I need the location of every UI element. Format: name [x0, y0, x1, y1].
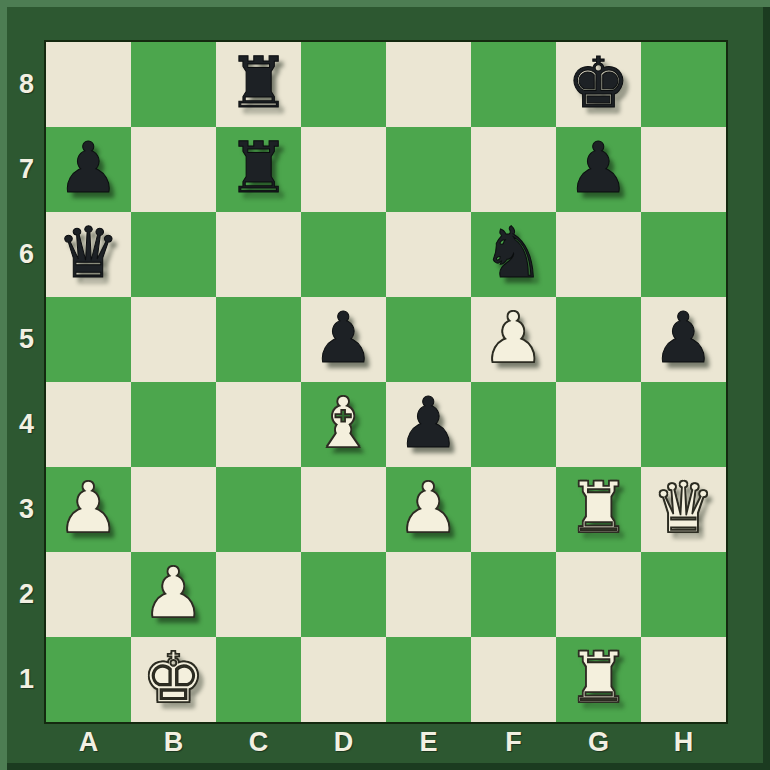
square-a3[interactable]: ♟ — [46, 467, 131, 552]
rank-label-3: 3 — [7, 467, 46, 552]
white-rook-g3[interactable]: ♜ — [567, 473, 630, 543]
square-f2[interactable] — [471, 552, 556, 637]
black-pawn-d5[interactable]: ♟ — [312, 303, 375, 373]
black-pawn-e4[interactable]: ♟ — [397, 388, 460, 458]
square-h1[interactable] — [641, 637, 726, 722]
square-b2[interactable]: ♟ — [131, 552, 216, 637]
square-c2[interactable] — [216, 552, 301, 637]
file-label-e: E — [386, 724, 471, 760]
square-e3[interactable]: ♟ — [386, 467, 471, 552]
square-b1[interactable]: ♚ — [131, 637, 216, 722]
rank-label-5: 5 — [7, 297, 46, 382]
rank-label-2: 2 — [7, 552, 46, 637]
square-a5[interactable] — [46, 297, 131, 382]
square-f1[interactable] — [471, 637, 556, 722]
square-h7[interactable] — [641, 127, 726, 212]
file-label-h: H — [641, 724, 726, 760]
square-c3[interactable] — [216, 467, 301, 552]
square-e6[interactable] — [386, 212, 471, 297]
square-f6[interactable]: ♞ — [471, 212, 556, 297]
file-label-a: A — [46, 724, 131, 760]
square-a2[interactable] — [46, 552, 131, 637]
square-h8[interactable] — [641, 42, 726, 127]
rank-label-1: 1 — [7, 637, 46, 722]
black-knight-f6[interactable]: ♞ — [482, 218, 545, 288]
black-pawn-h5[interactable]: ♟ — [652, 303, 715, 373]
square-c8[interactable]: ♜ — [216, 42, 301, 127]
square-h6[interactable] — [641, 212, 726, 297]
file-label-b: B — [131, 724, 216, 760]
rank-label-4: 4 — [7, 382, 46, 467]
square-b7[interactable] — [131, 127, 216, 212]
rank-label-8: 8 — [7, 42, 46, 127]
black-king-g8[interactable]: ♚ — [567, 48, 630, 118]
square-h3[interactable]: ♛ — [641, 467, 726, 552]
square-g4[interactable] — [556, 382, 641, 467]
square-a4[interactable] — [46, 382, 131, 467]
square-c6[interactable] — [216, 212, 301, 297]
square-f3[interactable] — [471, 467, 556, 552]
square-a8[interactable] — [46, 42, 131, 127]
square-f5[interactable]: ♟ — [471, 297, 556, 382]
file-label-d: D — [301, 724, 386, 760]
black-queen-a6[interactable]: ♛ — [57, 218, 120, 288]
white-pawn-a3[interactable]: ♟ — [57, 473, 120, 543]
black-rook-c7[interactable]: ♜ — [227, 133, 290, 203]
white-pawn-e3[interactable]: ♟ — [397, 473, 460, 543]
white-pawn-b2[interactable]: ♟ — [142, 558, 205, 628]
square-d2[interactable] — [301, 552, 386, 637]
square-g8[interactable]: ♚ — [556, 42, 641, 127]
square-c5[interactable] — [216, 297, 301, 382]
square-g7[interactable]: ♟ — [556, 127, 641, 212]
square-h5[interactable]: ♟ — [641, 297, 726, 382]
square-d4[interactable]: ♝ — [301, 382, 386, 467]
black-pawn-a7[interactable]: ♟ — [57, 133, 120, 203]
file-labels: ABCDEFGH — [46, 724, 726, 760]
square-d1[interactable] — [301, 637, 386, 722]
square-g1[interactable]: ♜ — [556, 637, 641, 722]
square-e2[interactable] — [386, 552, 471, 637]
black-rook-c8[interactable]: ♜ — [227, 48, 290, 118]
rank-label-6: 6 — [7, 212, 46, 297]
rank-label-7: 7 — [7, 127, 46, 212]
square-b5[interactable] — [131, 297, 216, 382]
square-a1[interactable] — [46, 637, 131, 722]
white-pawn-f5[interactable]: ♟ — [482, 303, 545, 373]
file-label-c: C — [216, 724, 301, 760]
square-g2[interactable] — [556, 552, 641, 637]
square-g6[interactable] — [556, 212, 641, 297]
board-frame: 87654321 ♜♚♟♜♟♛♞♟♟♟♝♟♟♟♜♛♟♚♜ ABCDEFGH — [0, 0, 770, 770]
white-rook-g1[interactable]: ♜ — [567, 643, 630, 713]
square-a7[interactable]: ♟ — [46, 127, 131, 212]
square-h2[interactable] — [641, 552, 726, 637]
square-a6[interactable]: ♛ — [46, 212, 131, 297]
square-d3[interactable] — [301, 467, 386, 552]
rank-labels: 87654321 — [7, 42, 46, 722]
square-b3[interactable] — [131, 467, 216, 552]
file-label-g: G — [556, 724, 641, 760]
square-g3[interactable]: ♜ — [556, 467, 641, 552]
white-queen-h3[interactable]: ♛ — [652, 473, 715, 543]
square-c7[interactable]: ♜ — [216, 127, 301, 212]
square-c4[interactable] — [216, 382, 301, 467]
square-b6[interactable] — [131, 212, 216, 297]
square-b4[interactable] — [131, 382, 216, 467]
square-d8[interactable] — [301, 42, 386, 127]
square-f7[interactable] — [471, 127, 556, 212]
square-f8[interactable] — [471, 42, 556, 127]
square-e1[interactable] — [386, 637, 471, 722]
square-d7[interactable] — [301, 127, 386, 212]
square-e8[interactable] — [386, 42, 471, 127]
square-h4[interactable] — [641, 382, 726, 467]
square-b8[interactable] — [131, 42, 216, 127]
white-king-b1[interactable]: ♚ — [142, 643, 205, 713]
file-label-f: F — [471, 724, 556, 760]
square-d5[interactable]: ♟ — [301, 297, 386, 382]
square-f4[interactable] — [471, 382, 556, 467]
square-e7[interactable] — [386, 127, 471, 212]
square-c1[interactable] — [216, 637, 301, 722]
black-pawn-g7[interactable]: ♟ — [567, 133, 630, 203]
square-e4[interactable]: ♟ — [386, 382, 471, 467]
white-bishop-d4[interactable]: ♝ — [312, 388, 375, 458]
square-d6[interactable] — [301, 212, 386, 297]
square-e5[interactable] — [386, 297, 471, 382]
chess-board: ♜♚♟♜♟♛♞♟♟♟♝♟♟♟♜♛♟♚♜ — [46, 42, 726, 722]
square-g5[interactable] — [556, 297, 641, 382]
